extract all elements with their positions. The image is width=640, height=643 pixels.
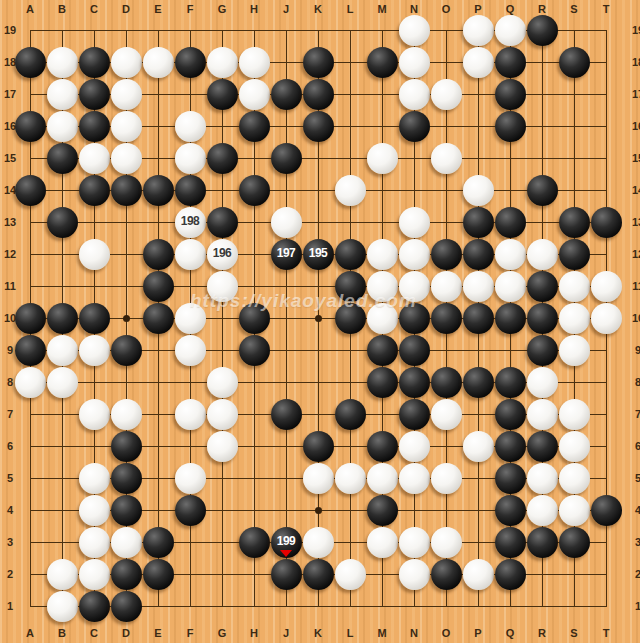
cell-J6[interactable] <box>270 430 302 462</box>
cell-A17[interactable] <box>14 78 46 110</box>
cell-R1[interactable] <box>526 590 558 622</box>
cell-O8[interactable] <box>430 366 462 398</box>
cell-L8[interactable] <box>334 366 366 398</box>
cell-Q8[interactable] <box>494 366 526 398</box>
cell-F3[interactable] <box>174 526 206 558</box>
cell-F17[interactable] <box>174 78 206 110</box>
cell-L1[interactable] <box>334 590 366 622</box>
cell-S10[interactable] <box>558 302 590 334</box>
cell-G13[interactable] <box>206 206 238 238</box>
cell-O1[interactable] <box>430 590 462 622</box>
cell-L18[interactable] <box>334 46 366 78</box>
cell-P12[interactable] <box>462 238 494 270</box>
cell-O7[interactable] <box>430 398 462 430</box>
cell-S14[interactable] <box>558 174 590 206</box>
cell-C2[interactable] <box>78 558 110 590</box>
cell-D17[interactable] <box>110 78 142 110</box>
cell-E2[interactable] <box>142 558 174 590</box>
cell-H18[interactable] <box>238 46 270 78</box>
cell-S13[interactable] <box>558 206 590 238</box>
cell-N8[interactable] <box>398 366 430 398</box>
cell-A5[interactable] <box>14 462 46 494</box>
cell-E4[interactable] <box>142 494 174 526</box>
cell-D8[interactable] <box>110 366 142 398</box>
cell-K19[interactable] <box>302 14 334 46</box>
cell-K15[interactable] <box>302 142 334 174</box>
cell-G18[interactable] <box>206 46 238 78</box>
cell-Q6[interactable] <box>494 430 526 462</box>
cell-T10[interactable] <box>590 302 622 334</box>
cell-C11[interactable] <box>78 270 110 302</box>
cell-M6[interactable] <box>366 430 398 462</box>
cell-Q14[interactable] <box>494 174 526 206</box>
cell-N3[interactable] <box>398 526 430 558</box>
cell-S4[interactable] <box>558 494 590 526</box>
cell-N19[interactable] <box>398 14 430 46</box>
cell-B2[interactable] <box>46 558 78 590</box>
cell-R8[interactable] <box>526 366 558 398</box>
cell-C14[interactable] <box>78 174 110 206</box>
cell-F14[interactable] <box>174 174 206 206</box>
cell-P14[interactable] <box>462 174 494 206</box>
cell-M17[interactable] <box>366 78 398 110</box>
cell-G4[interactable] <box>206 494 238 526</box>
cell-M2[interactable] <box>366 558 398 590</box>
cell-T16[interactable] <box>590 110 622 142</box>
cell-E7[interactable] <box>142 398 174 430</box>
cell-E15[interactable] <box>142 142 174 174</box>
cell-R7[interactable] <box>526 398 558 430</box>
cell-B15[interactable] <box>46 142 78 174</box>
cell-O11[interactable] <box>430 270 462 302</box>
cell-N4[interactable] <box>398 494 430 526</box>
cell-T8[interactable] <box>590 366 622 398</box>
cell-E6[interactable] <box>142 430 174 462</box>
cell-H16[interactable] <box>238 110 270 142</box>
cell-S9[interactable] <box>558 334 590 366</box>
cell-P15[interactable] <box>462 142 494 174</box>
cell-H17[interactable] <box>238 78 270 110</box>
cell-N2[interactable] <box>398 558 430 590</box>
cell-B19[interactable] <box>46 14 78 46</box>
cell-D2[interactable] <box>110 558 142 590</box>
cell-Q12[interactable] <box>494 238 526 270</box>
cell-K5[interactable] <box>302 462 334 494</box>
cell-L15[interactable] <box>334 142 366 174</box>
cell-D5[interactable] <box>110 462 142 494</box>
cell-G2[interactable] <box>206 558 238 590</box>
cell-T12[interactable] <box>590 238 622 270</box>
cell-L17[interactable] <box>334 78 366 110</box>
cell-A1[interactable] <box>14 590 46 622</box>
cell-H1[interactable] <box>238 590 270 622</box>
cell-D3[interactable] <box>110 526 142 558</box>
cell-A16[interactable] <box>14 110 46 142</box>
cell-J3[interactable]: 199 <box>270 526 302 558</box>
cell-D12[interactable] <box>110 238 142 270</box>
cell-A12[interactable] <box>14 238 46 270</box>
cell-K9[interactable] <box>302 334 334 366</box>
cell-G9[interactable] <box>206 334 238 366</box>
cell-E18[interactable] <box>142 46 174 78</box>
cell-M15[interactable] <box>366 142 398 174</box>
cell-T18[interactable] <box>590 46 622 78</box>
cell-S15[interactable] <box>558 142 590 174</box>
cell-N18[interactable] <box>398 46 430 78</box>
cell-H3[interactable] <box>238 526 270 558</box>
cell-T9[interactable] <box>590 334 622 366</box>
cell-G17[interactable] <box>206 78 238 110</box>
cell-R5[interactable] <box>526 462 558 494</box>
cell-L14[interactable] <box>334 174 366 206</box>
cell-M1[interactable] <box>366 590 398 622</box>
cell-T17[interactable] <box>590 78 622 110</box>
cell-F13[interactable]: 198 <box>174 206 206 238</box>
cell-O4[interactable] <box>430 494 462 526</box>
cell-Q19[interactable] <box>494 14 526 46</box>
cell-N13[interactable] <box>398 206 430 238</box>
cell-A7[interactable] <box>14 398 46 430</box>
cell-J16[interactable] <box>270 110 302 142</box>
cell-R2[interactable] <box>526 558 558 590</box>
cell-G5[interactable] <box>206 462 238 494</box>
cell-C3[interactable] <box>78 526 110 558</box>
cell-Q17[interactable] <box>494 78 526 110</box>
cell-N12[interactable] <box>398 238 430 270</box>
cell-P3[interactable] <box>462 526 494 558</box>
cell-A2[interactable] <box>14 558 46 590</box>
cell-S17[interactable] <box>558 78 590 110</box>
cell-D6[interactable] <box>110 430 142 462</box>
cell-B5[interactable] <box>46 462 78 494</box>
cell-K4[interactable] <box>302 494 334 526</box>
cell-P7[interactable] <box>462 398 494 430</box>
cell-G6[interactable] <box>206 430 238 462</box>
cell-O15[interactable] <box>430 142 462 174</box>
cell-C9[interactable] <box>78 334 110 366</box>
cell-S16[interactable] <box>558 110 590 142</box>
cell-D19[interactable] <box>110 14 142 46</box>
cell-A10[interactable] <box>14 302 46 334</box>
cell-E5[interactable] <box>142 462 174 494</box>
cell-N7[interactable] <box>398 398 430 430</box>
cell-M13[interactable] <box>366 206 398 238</box>
cell-R16[interactable] <box>526 110 558 142</box>
cell-D7[interactable] <box>110 398 142 430</box>
cell-F16[interactable] <box>174 110 206 142</box>
cell-O5[interactable] <box>430 462 462 494</box>
cell-H7[interactable] <box>238 398 270 430</box>
cell-S8[interactable] <box>558 366 590 398</box>
cell-Q15[interactable] <box>494 142 526 174</box>
cell-M5[interactable] <box>366 462 398 494</box>
cell-D10[interactable] <box>110 302 142 334</box>
cell-H15[interactable] <box>238 142 270 174</box>
cell-S1[interactable] <box>558 590 590 622</box>
cell-L19[interactable] <box>334 14 366 46</box>
cell-C13[interactable] <box>78 206 110 238</box>
cell-J8[interactable] <box>270 366 302 398</box>
cell-R4[interactable] <box>526 494 558 526</box>
cell-B11[interactable] <box>46 270 78 302</box>
cell-J14[interactable] <box>270 174 302 206</box>
cell-K6[interactable] <box>302 430 334 462</box>
cell-D4[interactable] <box>110 494 142 526</box>
cell-B7[interactable] <box>46 398 78 430</box>
cell-F15[interactable] <box>174 142 206 174</box>
cell-M12[interactable] <box>366 238 398 270</box>
cell-J19[interactable] <box>270 14 302 46</box>
cell-B14[interactable] <box>46 174 78 206</box>
cell-S3[interactable] <box>558 526 590 558</box>
cell-L12[interactable] <box>334 238 366 270</box>
cell-T1[interactable] <box>590 590 622 622</box>
cell-B3[interactable] <box>46 526 78 558</box>
cell-L2[interactable] <box>334 558 366 590</box>
cell-H19[interactable] <box>238 14 270 46</box>
cell-G16[interactable] <box>206 110 238 142</box>
cell-E11[interactable] <box>142 270 174 302</box>
cell-N14[interactable] <box>398 174 430 206</box>
cell-L6[interactable] <box>334 430 366 462</box>
cell-P18[interactable] <box>462 46 494 78</box>
cell-E19[interactable] <box>142 14 174 46</box>
cell-N5[interactable] <box>398 462 430 494</box>
cell-T11[interactable] <box>590 270 622 302</box>
cell-E13[interactable] <box>142 206 174 238</box>
cell-F5[interactable] <box>174 462 206 494</box>
cell-F6[interactable] <box>174 430 206 462</box>
cell-O3[interactable] <box>430 526 462 558</box>
cell-J4[interactable] <box>270 494 302 526</box>
cell-B18[interactable] <box>46 46 78 78</box>
cell-G3[interactable] <box>206 526 238 558</box>
cell-O13[interactable] <box>430 206 462 238</box>
cell-P2[interactable] <box>462 558 494 590</box>
cell-C18[interactable] <box>78 46 110 78</box>
cell-Q11[interactable] <box>494 270 526 302</box>
cell-G1[interactable] <box>206 590 238 622</box>
cell-H8[interactable] <box>238 366 270 398</box>
cell-B16[interactable] <box>46 110 78 142</box>
cell-P5[interactable] <box>462 462 494 494</box>
cell-H4[interactable] <box>238 494 270 526</box>
cell-P8[interactable] <box>462 366 494 398</box>
cell-K2[interactable] <box>302 558 334 590</box>
cell-P4[interactable] <box>462 494 494 526</box>
cell-E14[interactable] <box>142 174 174 206</box>
cell-E16[interactable] <box>142 110 174 142</box>
cell-M4[interactable] <box>366 494 398 526</box>
cell-S18[interactable] <box>558 46 590 78</box>
cell-J17[interactable] <box>270 78 302 110</box>
cell-S2[interactable] <box>558 558 590 590</box>
cell-T4[interactable] <box>590 494 622 526</box>
cell-J7[interactable] <box>270 398 302 430</box>
cell-R3[interactable] <box>526 526 558 558</box>
cell-K16[interactable] <box>302 110 334 142</box>
cell-F4[interactable] <box>174 494 206 526</box>
cell-E12[interactable] <box>142 238 174 270</box>
cell-H12[interactable] <box>238 238 270 270</box>
cell-M9[interactable] <box>366 334 398 366</box>
cell-S12[interactable] <box>558 238 590 270</box>
cell-R10[interactable] <box>526 302 558 334</box>
cell-H2[interactable] <box>238 558 270 590</box>
cell-Q10[interactable] <box>494 302 526 334</box>
cell-F8[interactable] <box>174 366 206 398</box>
cell-Q9[interactable] <box>494 334 526 366</box>
cell-N6[interactable] <box>398 430 430 462</box>
cell-B4[interactable] <box>46 494 78 526</box>
cell-P13[interactable] <box>462 206 494 238</box>
cell-A11[interactable] <box>14 270 46 302</box>
cell-R19[interactable] <box>526 14 558 46</box>
cell-T19[interactable] <box>590 14 622 46</box>
cell-T5[interactable] <box>590 462 622 494</box>
cell-J9[interactable] <box>270 334 302 366</box>
cell-G15[interactable] <box>206 142 238 174</box>
cell-K14[interactable] <box>302 174 334 206</box>
cell-R15[interactable] <box>526 142 558 174</box>
cell-C6[interactable] <box>78 430 110 462</box>
cell-Q3[interactable] <box>494 526 526 558</box>
cell-S7[interactable] <box>558 398 590 430</box>
cell-T13[interactable] <box>590 206 622 238</box>
cell-C1[interactable] <box>78 590 110 622</box>
cell-O12[interactable] <box>430 238 462 270</box>
cell-S5[interactable] <box>558 462 590 494</box>
cell-P10[interactable] <box>462 302 494 334</box>
cell-Q16[interactable] <box>494 110 526 142</box>
cell-T6[interactable] <box>590 430 622 462</box>
cell-L9[interactable] <box>334 334 366 366</box>
cell-O9[interactable] <box>430 334 462 366</box>
cell-K13[interactable] <box>302 206 334 238</box>
cell-C15[interactable] <box>78 142 110 174</box>
cell-L5[interactable] <box>334 462 366 494</box>
cell-J12[interactable]: 197 <box>270 238 302 270</box>
cell-O2[interactable] <box>430 558 462 590</box>
cell-E1[interactable] <box>142 590 174 622</box>
cell-D14[interactable] <box>110 174 142 206</box>
cell-D11[interactable] <box>110 270 142 302</box>
cell-A13[interactable] <box>14 206 46 238</box>
cell-B6[interactable] <box>46 430 78 462</box>
cell-E9[interactable] <box>142 334 174 366</box>
cell-D1[interactable] <box>110 590 142 622</box>
cell-N15[interactable] <box>398 142 430 174</box>
cell-S19[interactable] <box>558 14 590 46</box>
cell-F12[interactable] <box>174 238 206 270</box>
cell-G14[interactable] <box>206 174 238 206</box>
cell-D16[interactable] <box>110 110 142 142</box>
cell-C19[interactable] <box>78 14 110 46</box>
cell-F18[interactable] <box>174 46 206 78</box>
cell-D9[interactable] <box>110 334 142 366</box>
cell-E17[interactable] <box>142 78 174 110</box>
cell-Q5[interactable] <box>494 462 526 494</box>
cell-T15[interactable] <box>590 142 622 174</box>
cell-P17[interactable] <box>462 78 494 110</box>
cell-R13[interactable] <box>526 206 558 238</box>
cell-R6[interactable] <box>526 430 558 462</box>
cell-F2[interactable] <box>174 558 206 590</box>
cell-C17[interactable] <box>78 78 110 110</box>
cell-O19[interactable] <box>430 14 462 46</box>
cell-K3[interactable] <box>302 526 334 558</box>
cell-B13[interactable] <box>46 206 78 238</box>
cell-R12[interactable] <box>526 238 558 270</box>
cell-K18[interactable] <box>302 46 334 78</box>
cell-O10[interactable] <box>430 302 462 334</box>
cell-L16[interactable] <box>334 110 366 142</box>
cell-M7[interactable] <box>366 398 398 430</box>
cell-O17[interactable] <box>430 78 462 110</box>
cell-N17[interactable] <box>398 78 430 110</box>
cell-T2[interactable] <box>590 558 622 590</box>
cell-T3[interactable] <box>590 526 622 558</box>
cell-O14[interactable] <box>430 174 462 206</box>
cell-O18[interactable] <box>430 46 462 78</box>
cell-J1[interactable] <box>270 590 302 622</box>
cell-E8[interactable] <box>142 366 174 398</box>
cell-F1[interactable] <box>174 590 206 622</box>
cell-D13[interactable] <box>110 206 142 238</box>
cell-K7[interactable] <box>302 398 334 430</box>
cell-S6[interactable] <box>558 430 590 462</box>
cell-R11[interactable] <box>526 270 558 302</box>
cell-H14[interactable] <box>238 174 270 206</box>
cell-L13[interactable] <box>334 206 366 238</box>
cell-L3[interactable] <box>334 526 366 558</box>
cell-D15[interactable] <box>110 142 142 174</box>
cell-M14[interactable] <box>366 174 398 206</box>
cell-K12[interactable]: 195 <box>302 238 334 270</box>
cell-M18[interactable] <box>366 46 398 78</box>
cell-Q2[interactable] <box>494 558 526 590</box>
cell-N1[interactable] <box>398 590 430 622</box>
cell-A6[interactable] <box>14 430 46 462</box>
cell-K8[interactable] <box>302 366 334 398</box>
cell-J15[interactable] <box>270 142 302 174</box>
cell-M19[interactable] <box>366 14 398 46</box>
cell-G8[interactable] <box>206 366 238 398</box>
cell-P11[interactable] <box>462 270 494 302</box>
cell-Q7[interactable] <box>494 398 526 430</box>
cell-M3[interactable] <box>366 526 398 558</box>
cell-N16[interactable] <box>398 110 430 142</box>
cell-R17[interactable] <box>526 78 558 110</box>
cell-J5[interactable] <box>270 462 302 494</box>
cell-R9[interactable] <box>526 334 558 366</box>
cell-H6[interactable] <box>238 430 270 462</box>
cell-G19[interactable] <box>206 14 238 46</box>
cell-B1[interactable] <box>46 590 78 622</box>
cell-Q13[interactable] <box>494 206 526 238</box>
cell-L4[interactable] <box>334 494 366 526</box>
cell-H5[interactable] <box>238 462 270 494</box>
cell-C4[interactable] <box>78 494 110 526</box>
cell-F9[interactable] <box>174 334 206 366</box>
cell-H9[interactable] <box>238 334 270 366</box>
cell-J18[interactable] <box>270 46 302 78</box>
cell-F7[interactable] <box>174 398 206 430</box>
cell-C5[interactable] <box>78 462 110 494</box>
cell-E3[interactable] <box>142 526 174 558</box>
cell-A15[interactable] <box>14 142 46 174</box>
cell-P6[interactable] <box>462 430 494 462</box>
